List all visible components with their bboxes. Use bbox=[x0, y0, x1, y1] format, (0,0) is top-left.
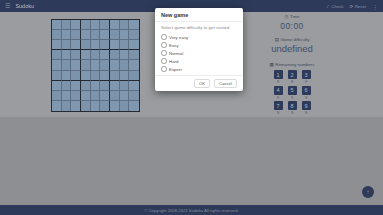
remaining-number-9: 99 bbox=[302, 101, 311, 115]
board-cell-r2c2[interactable] bbox=[62, 30, 72, 40]
board-cell-r1c6[interactable] bbox=[100, 20, 110, 30]
board-cell-r7c6[interactable] bbox=[100, 81, 110, 91]
arrow-up-icon: ↑ bbox=[367, 189, 370, 195]
board-cell-r2c5[interactable] bbox=[91, 30, 101, 40]
board-cell-r9c8[interactable] bbox=[120, 101, 130, 111]
radio-icon[interactable] bbox=[161, 50, 167, 56]
radio-icon[interactable] bbox=[161, 34, 167, 40]
number-count: 9 bbox=[305, 111, 307, 115]
board-cell-r9c4[interactable] bbox=[81, 101, 91, 111]
board-cell-r3c2[interactable] bbox=[62, 40, 72, 50]
difficulty-option-label: Expert bbox=[169, 67, 182, 72]
difficulty-option-normal[interactable]: Normal bbox=[161, 49, 237, 57]
footer: © Copyright 2008-2021 Sudoku All rights … bbox=[0, 205, 383, 215]
check-label: Check bbox=[331, 4, 343, 9]
board-cell-r6c2[interactable] bbox=[62, 71, 72, 81]
board-cell-r9c7[interactable] bbox=[110, 101, 120, 111]
difficulty-label-row: ▤ Game difficulty bbox=[275, 37, 310, 42]
board-cell-r7c8[interactable] bbox=[120, 81, 130, 91]
radio-icon[interactable] bbox=[161, 58, 167, 64]
board-cell-r7c4[interactable] bbox=[81, 81, 91, 91]
number-count: 9 bbox=[291, 96, 293, 100]
sudoku-board[interactable] bbox=[51, 19, 140, 112]
navbar-actions: ✓ Check ⟳ Reset ⋮ bbox=[326, 3, 378, 10]
radio-icon[interactable] bbox=[161, 66, 167, 72]
board-cell-r5c1[interactable] bbox=[52, 60, 62, 70]
new-game-modal: New game Select game difficulty to get s… bbox=[155, 8, 243, 91]
copyright-text: © Copyright 2008-2021 Sudoku All rights … bbox=[144, 208, 238, 213]
board-cell-r5c9[interactable] bbox=[129, 60, 139, 70]
board-cell-r3c8[interactable] bbox=[120, 40, 130, 50]
info-panel: ◷ Time 00:00 ▤ Game difficulty undefined… bbox=[252, 14, 332, 115]
modal-description: Select game difficulty to get started. bbox=[161, 25, 237, 30]
board-cell-r7c2[interactable] bbox=[62, 81, 72, 91]
difficulty-option-label: Normal bbox=[169, 51, 183, 56]
board-cell-r5c6[interactable] bbox=[100, 60, 110, 70]
board-cell-r7c5[interactable] bbox=[91, 81, 101, 91]
difficulty-option-hard[interactable]: Hard bbox=[161, 57, 237, 65]
board-cell-r1c8[interactable] bbox=[120, 20, 130, 30]
time-label: Time bbox=[290, 14, 300, 19]
number-tile-1[interactable]: 1 bbox=[274, 70, 283, 79]
board-cell-r4c1[interactable] bbox=[52, 50, 62, 60]
reset-label: Reset bbox=[355, 4, 366, 9]
remaining-number-8: 89 bbox=[288, 101, 297, 115]
board-cell-r4c9[interactable] bbox=[129, 50, 139, 60]
board-cell-r5c2[interactable] bbox=[62, 60, 72, 70]
remaining-numbers-grid: 192939495969798999 bbox=[274, 70, 311, 115]
board-cell-r6c3[interactable] bbox=[71, 71, 81, 81]
board-cell-r6c7[interactable] bbox=[110, 71, 120, 81]
board-cell-r1c1[interactable] bbox=[52, 20, 62, 30]
board-cell-r2c1[interactable] bbox=[52, 30, 62, 40]
modal-body: Select game difficulty to get started. V… bbox=[155, 22, 243, 75]
board-cell-r1c5[interactable] bbox=[91, 20, 101, 30]
number-count: 9 bbox=[291, 80, 293, 84]
board-cell-r7c9[interactable] bbox=[129, 81, 139, 91]
number-count: 9 bbox=[305, 96, 307, 100]
check-button[interactable]: ✓ Check bbox=[326, 4, 343, 9]
number-count: 9 bbox=[277, 80, 279, 84]
difficulty-option-label: Very easy bbox=[169, 35, 188, 40]
number-count: 9 bbox=[277, 111, 279, 115]
board-cell-r8c3[interactable] bbox=[71, 91, 81, 101]
board-cell-r2c4[interactable] bbox=[81, 30, 91, 40]
board-cell-r9c2[interactable] bbox=[62, 101, 72, 111]
board-cell-r9c9[interactable] bbox=[129, 101, 139, 111]
board-cell-r5c8[interactable] bbox=[120, 60, 130, 70]
number-count: 9 bbox=[291, 111, 293, 115]
number-count: 9 bbox=[277, 96, 279, 100]
difficulty-option-very-easy[interactable]: Very easy bbox=[161, 33, 237, 41]
number-tile-4[interactable]: 4 bbox=[274, 86, 283, 95]
board-cell-r2c3[interactable] bbox=[71, 30, 81, 40]
board-cell-r4c2[interactable] bbox=[62, 50, 72, 60]
board-cell-r8c9[interactable] bbox=[129, 91, 139, 101]
board-cell-r2c8[interactable] bbox=[120, 30, 130, 40]
board-cell-r5c4[interactable] bbox=[81, 60, 91, 70]
number-tile-3[interactable]: 3 bbox=[302, 70, 311, 79]
board-cell-r9c6[interactable] bbox=[100, 101, 110, 111]
board-cell-r2c6[interactable] bbox=[100, 30, 110, 40]
board-cell-r3c6[interactable] bbox=[100, 40, 110, 50]
number-count: 9 bbox=[305, 80, 307, 84]
remaining-number-5: 59 bbox=[288, 86, 297, 100]
board-cell-r8c6[interactable] bbox=[100, 91, 110, 101]
board-cell-r3c7[interactable] bbox=[110, 40, 120, 50]
board-cell-r5c5[interactable] bbox=[91, 60, 101, 70]
board-cell-r3c3[interactable] bbox=[71, 40, 81, 50]
remaining-number-1: 19 bbox=[274, 70, 283, 84]
difficulty-option-easy[interactable]: Easy bbox=[161, 41, 237, 49]
board-cell-r4c7[interactable] bbox=[110, 50, 120, 60]
board-cell-r8c7[interactable] bbox=[110, 91, 120, 101]
modal-footer: OK Cancel bbox=[155, 75, 243, 91]
board-cell-r2c9[interactable] bbox=[129, 30, 139, 40]
number-tile-6[interactable]: 6 bbox=[302, 86, 311, 95]
difficulty-option-expert[interactable]: Expert bbox=[161, 65, 237, 73]
difficulty-value: undefined bbox=[271, 43, 313, 54]
board-cell-r4c4[interactable] bbox=[81, 50, 91, 60]
board-cell-r3c4[interactable] bbox=[81, 40, 91, 50]
remaining-label-row: ▦ Remaining numbers bbox=[269, 62, 314, 67]
board-cell-r4c3[interactable] bbox=[71, 50, 81, 60]
board-cell-r4c6[interactable] bbox=[100, 50, 110, 60]
board-cell-r9c1[interactable] bbox=[52, 101, 62, 111]
board-cell-r3c9[interactable] bbox=[129, 40, 139, 50]
board-cell-r1c9[interactable] bbox=[129, 20, 139, 30]
board-cell-r3c1[interactable] bbox=[52, 40, 62, 50]
number-tile-8[interactable]: 8 bbox=[288, 101, 297, 110]
board-cell-r8c2[interactable] bbox=[62, 91, 72, 101]
cancel-button[interactable]: Cancel bbox=[214, 79, 237, 88]
remaining-number-2: 29 bbox=[288, 70, 297, 84]
remaining-number-4: 49 bbox=[274, 86, 283, 100]
board-cell-r7c3[interactable] bbox=[71, 81, 81, 91]
board-cell-r8c1[interactable] bbox=[52, 91, 62, 101]
board-cell-r8c5[interactable] bbox=[91, 91, 101, 101]
board-cell-r8c8[interactable] bbox=[120, 91, 130, 101]
modal-title: New game bbox=[155, 8, 243, 22]
board-cell-r9c5[interactable] bbox=[91, 101, 101, 111]
board-cell-r1c3[interactable] bbox=[71, 20, 81, 30]
board-cell-r7c7[interactable] bbox=[110, 81, 120, 91]
app-screen: ☰ Sudoku ✓ Check ⟳ Reset ⋮ ◷ Time 00:00 bbox=[0, 0, 383, 215]
difficulty-option-label: Hard bbox=[169, 59, 179, 64]
difficulty-options: Very easyEasyNormalHardExpert bbox=[161, 33, 237, 73]
number-tile-5[interactable]: 5 bbox=[288, 86, 297, 95]
board-cell-r4c5[interactable] bbox=[91, 50, 101, 60]
board-cell-r4c8[interactable] bbox=[120, 50, 130, 60]
remaining-number-7: 79 bbox=[274, 101, 283, 115]
difficulty-icon: ▤ bbox=[275, 37, 279, 42]
board-cell-r5c7[interactable] bbox=[110, 60, 120, 70]
number-tile-2[interactable]: 2 bbox=[288, 70, 297, 79]
board-cell-r6c1[interactable] bbox=[52, 71, 62, 81]
board-cell-r6c8[interactable] bbox=[120, 71, 130, 81]
time-label-row: ◷ Time bbox=[284, 14, 299, 19]
number-tile-9[interactable]: 9 bbox=[302, 101, 311, 110]
board-cell-r6c5[interactable] bbox=[91, 71, 101, 81]
hamburger-menu-icon[interactable]: ☰ bbox=[5, 3, 10, 9]
reset-icon: ⟳ bbox=[349, 4, 353, 9]
remaining-label: Remaining numbers bbox=[275, 62, 314, 67]
board-cell-r6c6[interactable] bbox=[100, 71, 110, 81]
board-cell-r3c5[interactable] bbox=[91, 40, 101, 50]
board-cell-r1c2[interactable] bbox=[62, 20, 72, 30]
check-icon: ✓ bbox=[326, 4, 330, 9]
board-cell-r8c4[interactable] bbox=[81, 91, 91, 101]
difficulty-option-label: Easy bbox=[169, 43, 179, 48]
remaining-number-6: 69 bbox=[302, 86, 311, 100]
board-cell-r7c1[interactable] bbox=[52, 81, 62, 91]
board-cell-r1c7[interactable] bbox=[110, 20, 120, 30]
scroll-top-button[interactable]: ↑ bbox=[362, 186, 374, 198]
board-cell-r1c4[interactable] bbox=[81, 20, 91, 30]
board-cell-r5c3[interactable] bbox=[71, 60, 81, 70]
number-tile-7[interactable]: 7 bbox=[274, 101, 283, 110]
radio-icon[interactable] bbox=[161, 42, 167, 48]
board-cell-r6c4[interactable] bbox=[81, 71, 91, 81]
difficulty-label: Game difficulty bbox=[280, 37, 309, 42]
board-cell-r9c3[interactable] bbox=[71, 101, 81, 111]
more-menu-icon[interactable]: ⋮ bbox=[372, 3, 378, 10]
board-cell-r6c9[interactable] bbox=[129, 71, 139, 81]
board-cell-r2c7[interactable] bbox=[110, 30, 120, 40]
ok-button[interactable]: OK bbox=[194, 79, 210, 88]
app-title: Sudoku bbox=[15, 3, 34, 9]
reset-button[interactable]: ⟳ Reset bbox=[349, 4, 366, 9]
grid-icon: ▦ bbox=[269, 62, 273, 67]
remaining-number-3: 39 bbox=[302, 70, 311, 84]
clock-icon: ◷ bbox=[284, 14, 288, 19]
time-value: 00:00 bbox=[280, 21, 303, 31]
